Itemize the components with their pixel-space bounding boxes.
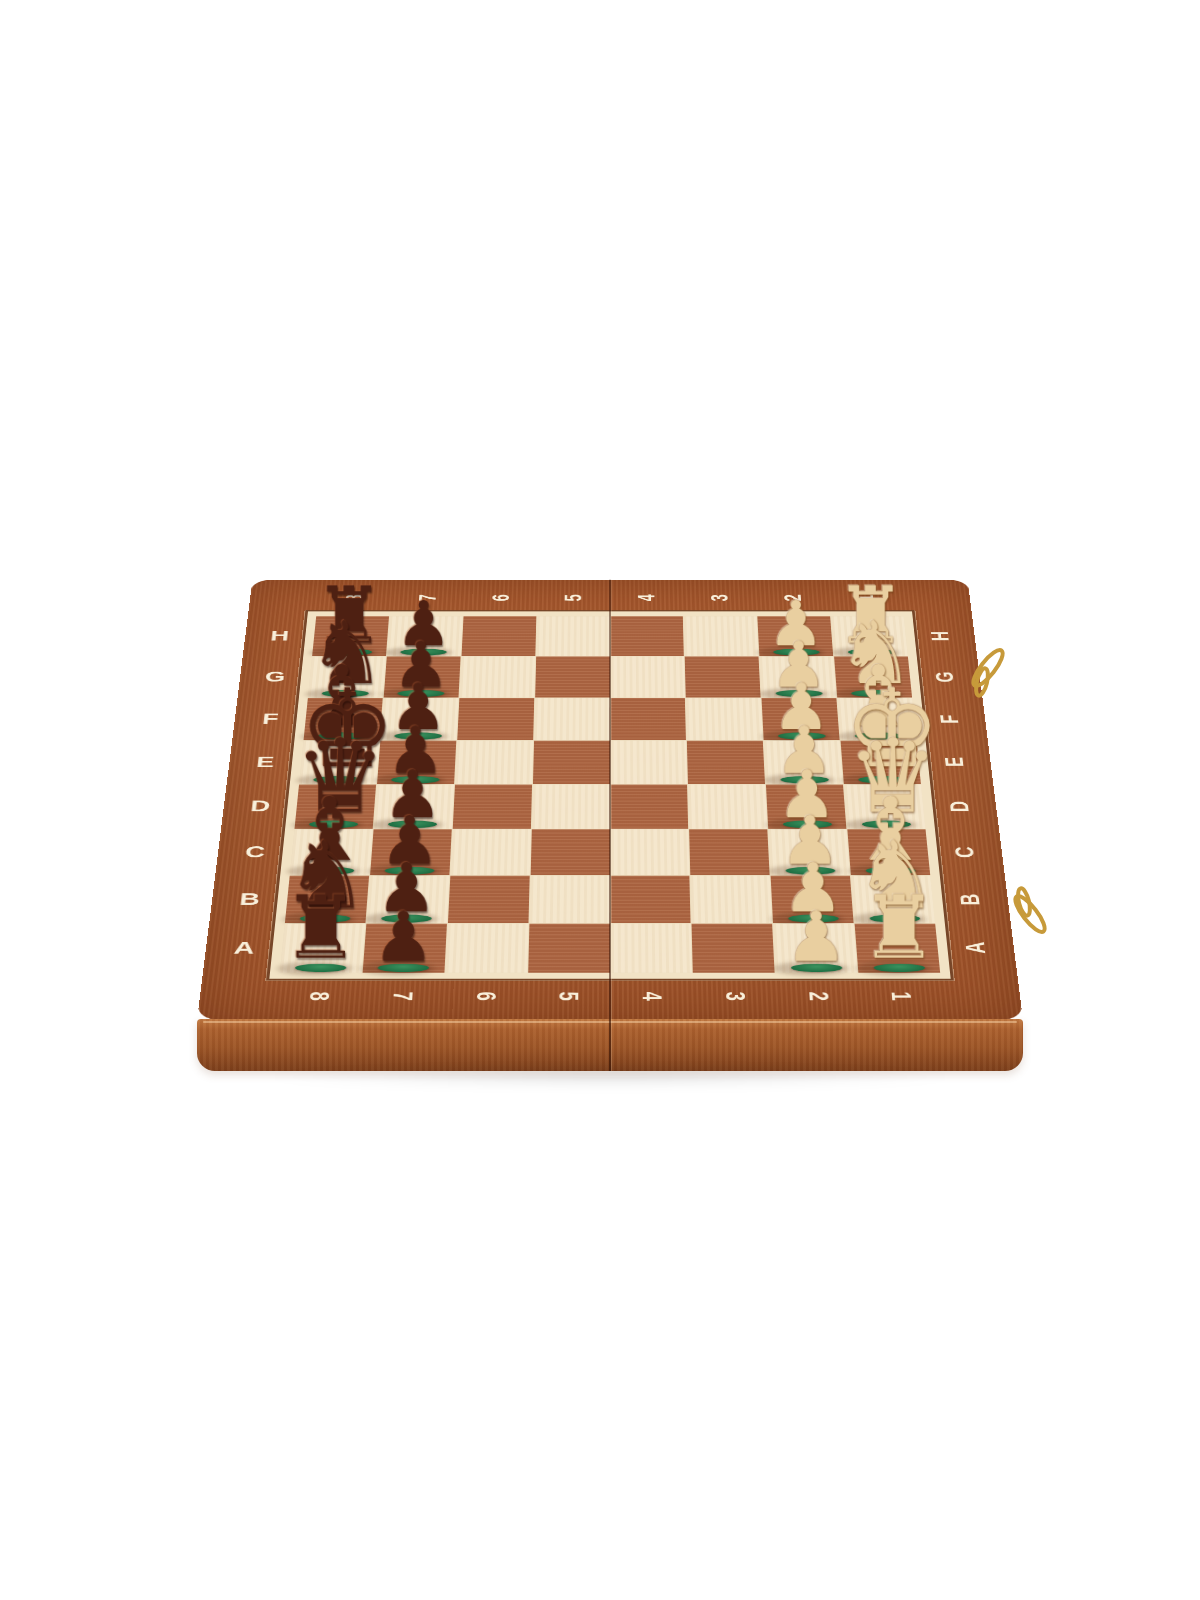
- square-h5: [536, 616, 610, 656]
- square-d4: [610, 784, 688, 829]
- square-a4: [610, 924, 692, 973]
- brass-clasp-lower-icon: [1006, 882, 1052, 942]
- rank-label-6: 6: [466, 578, 535, 617]
- rank-label-1: 1: [830, 578, 901, 617]
- file-label-d: D: [918, 786, 1001, 828]
- file-label-b: B: [928, 877, 1014, 922]
- file-label-e: E: [914, 742, 996, 783]
- black-pawn: ♟: [363, 903, 445, 972]
- board-scene: 87654321 87654321 HGFEDCBA HGFEDCBA ♜♟♟♜…: [0, 0, 1200, 1600]
- white-rook: ♜: [858, 885, 940, 972]
- square-b5: [529, 876, 609, 923]
- square-f4: [610, 698, 686, 740]
- square-b3: [691, 876, 773, 923]
- square-e3: [687, 740, 765, 783]
- square-f3: [686, 698, 763, 740]
- board-side-edge: [197, 1019, 1023, 1071]
- square-a2: ♟: [773, 924, 857, 973]
- rank-label-8: 8: [319, 578, 390, 617]
- file-label-c: C: [215, 829, 294, 875]
- square-g3: [685, 656, 761, 697]
- rank-label-2: 2: [778, 971, 859, 1022]
- square-a7: ♟: [362, 924, 446, 973]
- floor-shadow: [250, 1066, 970, 1088]
- brass-clasp-upper-icon: [966, 642, 1008, 702]
- square-g6: [459, 656, 535, 697]
- chess-board: 87654321 87654321 HGFEDCBA HGFEDCBA ♜♟♟♜…: [197, 580, 1023, 1020]
- square-e5: [533, 740, 610, 783]
- rank-label-5: 5: [539, 578, 607, 617]
- square-b4: [610, 876, 690, 923]
- square-a3: [692, 924, 775, 973]
- rank-label-7: 7: [392, 578, 462, 617]
- file-label-f: F: [910, 699, 991, 739]
- square-d6: [452, 784, 531, 829]
- square-g4: [610, 656, 685, 697]
- square-a1: ♜: [855, 924, 940, 973]
- product-photo: 87654321 87654321 HGFEDCBA HGFEDCBA ♜♟♟♜…: [0, 0, 1200, 1600]
- square-d3: [688, 784, 767, 829]
- file-label-e: E: [227, 740, 304, 784]
- rank-label-6: 6: [445, 971, 524, 1022]
- file-label-b: B: [209, 876, 290, 924]
- black-rook: ♜: [280, 885, 362, 972]
- rank-label-8: 8: [278, 971, 360, 1022]
- rank-label-1: 1: [860, 971, 942, 1022]
- square-b6: [448, 876, 530, 923]
- square-c5: [530, 829, 609, 875]
- rank-label-3: 3: [695, 971, 774, 1022]
- square-c3: [689, 829, 769, 875]
- square-a5: [528, 924, 610, 973]
- rank-label-7: 7: [361, 971, 442, 1022]
- square-a6: [445, 924, 528, 973]
- square-h3: [684, 616, 759, 656]
- rank-label-2: 2: [757, 578, 827, 617]
- square-e6: [455, 740, 533, 783]
- rank-label-3: 3: [685, 578, 754, 617]
- file-label-c: C: [923, 831, 1007, 874]
- rank-label-4: 4: [613, 971, 691, 1022]
- rank-label-4: 4: [612, 578, 680, 617]
- square-e4: [610, 740, 687, 783]
- square-a8: ♜: [280, 924, 365, 973]
- square-h4: [610, 616, 684, 656]
- square-c4: [610, 829, 689, 875]
- square-f6: [457, 698, 534, 740]
- file-label-a: A: [203, 923, 285, 972]
- square-c6: [450, 829, 530, 875]
- square-f5: [534, 698, 610, 740]
- fold-seam-side: [609, 1019, 612, 1071]
- square-h6: [461, 616, 536, 656]
- square-d5: [531, 784, 609, 829]
- white-pawn: ♟: [776, 903, 858, 972]
- rank-label-5: 5: [529, 971, 607, 1022]
- square-g5: [535, 656, 610, 697]
